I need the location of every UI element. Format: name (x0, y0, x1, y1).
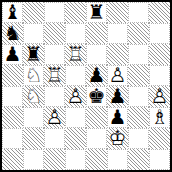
white-pawn-piece: ♟♙ (107, 65, 128, 86)
square-d7[interactable] (65, 23, 86, 44)
square-d1[interactable] (65, 149, 86, 170)
square-c3[interactable]: ♟♙ (44, 107, 65, 128)
chess-board: ♝♜♞♟♜♜♖♞♘♜♖♟♟♙♞♘♟♙♚♟♟♙♟♙♟♝♗♚♔ (0, 0, 172, 172)
black-rook-glyph: ♜ (86, 2, 107, 23)
black-pawn-glyph: ♟ (107, 107, 128, 128)
square-e5[interactable]: ♟ (86, 65, 107, 86)
white-king-piece: ♚♔ (107, 128, 128, 149)
black-rook-piece: ♜ (23, 44, 44, 65)
square-c6[interactable] (44, 44, 65, 65)
square-g6[interactable] (128, 44, 149, 65)
square-f6[interactable] (107, 44, 128, 65)
square-d8[interactable] (65, 2, 86, 23)
square-g8[interactable] (128, 2, 149, 23)
white-knight-piece: ♞♘ (23, 65, 44, 86)
square-a1[interactable] (2, 149, 23, 170)
white-rook-piece: ♜♖ (65, 44, 86, 65)
square-f4[interactable]: ♟ (107, 86, 128, 107)
black-pawn-piece: ♟ (107, 107, 128, 128)
white-bishop-glyph: ♗ (149, 107, 170, 128)
white-rook-piece: ♜♖ (44, 65, 65, 86)
square-h8[interactable] (149, 2, 170, 23)
black-pawn-piece: ♟ (107, 86, 128, 107)
square-b4[interactable]: ♞♘ (23, 86, 44, 107)
square-g7[interactable] (128, 23, 149, 44)
square-a3[interactable] (2, 107, 23, 128)
square-e3[interactable] (86, 107, 107, 128)
square-b7[interactable] (23, 23, 44, 44)
black-bishop-piece: ♝ (2, 2, 23, 23)
square-a4[interactable] (2, 86, 23, 107)
square-f3[interactable]: ♟ (107, 107, 128, 128)
square-g4[interactable] (128, 86, 149, 107)
square-b5[interactable]: ♞♘ (23, 65, 44, 86)
square-f1[interactable] (107, 149, 128, 170)
square-e8[interactable]: ♜ (86, 2, 107, 23)
black-pawn-piece: ♟ (2, 44, 23, 65)
square-h3[interactable]: ♝♗ (149, 107, 170, 128)
square-f2[interactable]: ♚♔ (107, 128, 128, 149)
white-pawn-glyph: ♙ (44, 107, 65, 128)
black-pawn-glyph: ♟ (86, 65, 107, 86)
black-pawn-glyph: ♟ (107, 86, 128, 107)
square-e2[interactable] (86, 128, 107, 149)
square-c7[interactable] (44, 23, 65, 44)
square-g5[interactable] (128, 65, 149, 86)
black-king-glyph: ♚ (86, 86, 107, 107)
white-pawn-piece: ♟♙ (65, 86, 86, 107)
square-h6[interactable] (149, 44, 170, 65)
square-h7[interactable] (149, 23, 170, 44)
black-pawn-glyph: ♟ (2, 44, 23, 65)
square-h5[interactable] (149, 65, 170, 86)
black-knight-glyph: ♞ (2, 23, 23, 44)
square-e4[interactable]: ♚ (86, 86, 107, 107)
square-d3[interactable] (65, 107, 86, 128)
black-pawn-piece: ♟ (86, 65, 107, 86)
white-pawn-glyph: ♙ (107, 65, 128, 86)
square-e6[interactable] (86, 44, 107, 65)
white-knight-glyph: ♘ (23, 86, 44, 107)
white-pawn-glyph: ♙ (149, 86, 170, 107)
square-c8[interactable] (44, 2, 65, 23)
square-c5[interactable]: ♜♖ (44, 65, 65, 86)
square-g1[interactable] (128, 149, 149, 170)
square-h2[interactable] (149, 128, 170, 149)
black-knight-piece: ♞ (2, 23, 23, 44)
square-c1[interactable] (44, 149, 65, 170)
square-c2[interactable] (44, 128, 65, 149)
white-rook-glyph: ♖ (44, 65, 65, 86)
black-rook-glyph: ♜ (23, 44, 44, 65)
square-f5[interactable]: ♟♙ (107, 65, 128, 86)
square-d2[interactable] (65, 128, 86, 149)
square-b3[interactable] (23, 107, 44, 128)
square-a7[interactable]: ♞ (2, 23, 23, 44)
square-d5[interactable] (65, 65, 86, 86)
square-g2[interactable] (128, 128, 149, 149)
square-c4[interactable] (44, 86, 65, 107)
square-f7[interactable] (107, 23, 128, 44)
black-rook-piece: ♜ (86, 2, 107, 23)
square-h1[interactable] (149, 149, 170, 170)
square-a8[interactable]: ♝ (2, 2, 23, 23)
square-e7[interactable] (86, 23, 107, 44)
square-a5[interactable] (2, 65, 23, 86)
white-rook-glyph: ♖ (65, 44, 86, 65)
square-e1[interactable] (86, 149, 107, 170)
square-a2[interactable] (2, 128, 23, 149)
black-king-piece: ♚ (86, 86, 107, 107)
white-pawn-piece: ♟♙ (149, 86, 170, 107)
white-king-glyph: ♔ (107, 128, 128, 149)
square-b2[interactable] (23, 128, 44, 149)
square-d6[interactable]: ♜♖ (65, 44, 86, 65)
square-a6[interactable]: ♟ (2, 44, 23, 65)
square-d4[interactable]: ♟♙ (65, 86, 86, 107)
white-knight-piece: ♞♘ (23, 86, 44, 107)
square-b1[interactable] (23, 149, 44, 170)
white-bishop-piece: ♝♗ (149, 107, 170, 128)
white-pawn-piece: ♟♙ (44, 107, 65, 128)
square-f8[interactable] (107, 2, 128, 23)
square-g3[interactable] (128, 107, 149, 128)
square-h4[interactable]: ♟♙ (149, 86, 170, 107)
white-knight-glyph: ♘ (23, 65, 44, 86)
square-b6[interactable]: ♜ (23, 44, 44, 65)
white-pawn-glyph: ♙ (65, 86, 86, 107)
square-b8[interactable] (23, 2, 44, 23)
black-bishop-glyph: ♝ (2, 2, 23, 23)
